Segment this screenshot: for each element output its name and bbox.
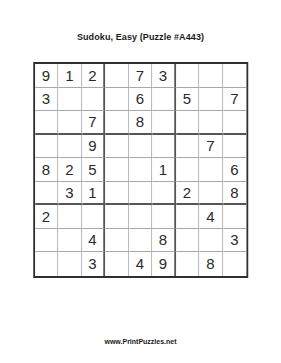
cell-r6c4 [105,182,129,206]
cell-r8c8 [199,229,223,253]
cell-r3c2 [58,111,82,135]
sudoku-page: Sudoku, Easy (Puzzle #A443) 912733657789… [0,0,281,363]
cell-r2c7: 5 [176,88,200,112]
sudoku-grid: 9127336577897825163128244833498 [33,62,249,278]
cell-r4c8: 7 [199,135,223,159]
cell-r5c3: 5 [82,158,106,182]
cell-r6c3: 1 [82,182,106,206]
cell-r1c3: 2 [82,64,106,88]
cell-r3c6 [152,111,176,135]
cell-r9c7 [176,252,200,276]
cell-r1c6: 3 [152,64,176,88]
cell-r9c9 [223,252,247,276]
cell-r4c1 [35,135,59,159]
cell-r3c1 [35,111,59,135]
cell-r2c4 [105,88,129,112]
cell-r1c7 [176,64,200,88]
cell-r3c8 [199,111,223,135]
cell-r9c8: 8 [199,252,223,276]
cell-r8c7 [176,229,200,253]
cell-r6c7: 2 [176,182,200,206]
cell-r2c3 [82,88,106,112]
cell-r9c2 [58,252,82,276]
cell-r4c3: 9 [82,135,106,159]
cell-r3c5: 8 [129,111,153,135]
cell-r1c1: 9 [35,64,59,88]
cell-r5c5 [129,158,153,182]
cell-r2c6 [152,88,176,112]
cell-r8c6: 8 [152,229,176,253]
cell-r1c5: 7 [129,64,153,88]
cell-r3c3: 7 [82,111,106,135]
cell-r1c8 [199,64,223,88]
cell-r7c3 [82,205,106,229]
cell-r9c6: 9 [152,252,176,276]
cell-r3c7 [176,111,200,135]
cell-r9c1 [35,252,59,276]
footer-site-url: www.PrintPuzzles.net [0,338,281,345]
cell-r2c9: 7 [223,88,247,112]
cell-r7c7 [176,205,200,229]
cell-r9c3: 3 [82,252,106,276]
cell-r4c9 [223,135,247,159]
cell-r8c9: 3 [223,229,247,253]
cell-r5c8 [199,158,223,182]
cell-r2c5: 6 [129,88,153,112]
cell-r5c4 [105,158,129,182]
page-title: Sudoku, Easy (Puzzle #A443) [0,32,281,42]
cell-r4c6 [152,135,176,159]
cell-r6c1 [35,182,59,206]
cell-r1c4 [105,64,129,88]
cell-r9c4 [105,252,129,276]
cell-r8c1 [35,229,59,253]
cell-r8c5 [129,229,153,253]
cell-r3c4 [105,111,129,135]
cell-r4c5 [129,135,153,159]
cell-r5c1: 8 [35,158,59,182]
cell-r8c4 [105,229,129,253]
cell-r5c6: 1 [152,158,176,182]
cell-r4c7 [176,135,200,159]
cell-r2c2 [58,88,82,112]
cell-r6c2: 3 [58,182,82,206]
cell-r7c5 [129,205,153,229]
cell-r2c8 [199,88,223,112]
cell-r7c1: 2 [35,205,59,229]
cell-r5c7 [176,158,200,182]
cell-r5c2: 2 [58,158,82,182]
cell-r7c8: 4 [199,205,223,229]
cell-r1c9 [223,64,247,88]
cell-r4c2 [58,135,82,159]
cell-r8c3: 4 [82,229,106,253]
cell-r7c6 [152,205,176,229]
cell-r7c4 [105,205,129,229]
cell-r3c9 [223,111,247,135]
cell-r6c5 [129,182,153,206]
cell-r6c8 [199,182,223,206]
cell-r4c4 [105,135,129,159]
cell-r8c2 [58,229,82,253]
cell-r2c1: 3 [35,88,59,112]
cell-r5c9: 6 [223,158,247,182]
cell-r1c2: 1 [58,64,82,88]
cell-r6c6 [152,182,176,206]
cell-r9c5: 4 [129,252,153,276]
cell-r7c9 [223,205,247,229]
cell-r7c2 [58,205,82,229]
cell-r6c9: 8 [223,182,247,206]
